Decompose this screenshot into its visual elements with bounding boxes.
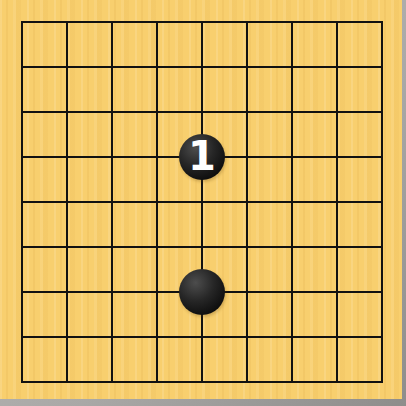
board-cell [247, 247, 292, 292]
board-cell [337, 247, 382, 292]
board-cell [292, 292, 337, 337]
board-cell [337, 67, 382, 112]
black-stone-move-1: 1 [179, 134, 225, 180]
go-board-scene: 1 [0, 0, 406, 406]
board-cell [67, 292, 112, 337]
board-cell [202, 67, 247, 112]
board-cell [112, 157, 157, 202]
board-cell [112, 337, 157, 382]
board-cell [22, 292, 67, 337]
board-cell [337, 157, 382, 202]
board-cell [337, 292, 382, 337]
board-cell [112, 22, 157, 67]
board-cell [112, 202, 157, 247]
board-cell [247, 157, 292, 202]
board-cell [157, 337, 202, 382]
board-cell [67, 202, 112, 247]
board-cell [202, 337, 247, 382]
board-cell [67, 157, 112, 202]
board-cell [292, 112, 337, 157]
board-cell [22, 157, 67, 202]
board-cell [67, 67, 112, 112]
board-cell [247, 292, 292, 337]
board-cell [292, 337, 337, 382]
board-cell [292, 22, 337, 67]
board-cell [292, 157, 337, 202]
black-stone [179, 269, 225, 315]
board-cell [22, 22, 67, 67]
board-cell [112, 112, 157, 157]
board-cell [292, 67, 337, 112]
board-cell [157, 22, 202, 67]
board-cell [67, 22, 112, 67]
board-cell [157, 67, 202, 112]
board-cell [22, 112, 67, 157]
move-number-label: 1 [188, 136, 216, 176]
board-cell [247, 67, 292, 112]
board-cell [202, 202, 247, 247]
board-cell [247, 337, 292, 382]
board-cell [22, 202, 67, 247]
board-cell [337, 112, 382, 157]
board-cell [157, 202, 202, 247]
board-cell [67, 247, 112, 292]
board-cell [247, 22, 292, 67]
board-cell [292, 202, 337, 247]
board-cell [337, 22, 382, 67]
board-cell [112, 292, 157, 337]
board-cell [67, 337, 112, 382]
board-cell [112, 67, 157, 112]
board-cell [247, 202, 292, 247]
go-board[interactable]: 1 [0, 0, 402, 399]
board-cell [22, 337, 67, 382]
board-cell [67, 112, 112, 157]
board-cell [202, 22, 247, 67]
board-grid-lines [21, 21, 383, 383]
board-cell [247, 112, 292, 157]
board-cell [22, 247, 67, 292]
board-cell [337, 202, 382, 247]
board-cell [292, 247, 337, 292]
board-cell [337, 337, 382, 382]
board-cell [22, 67, 67, 112]
board-cell [112, 247, 157, 292]
